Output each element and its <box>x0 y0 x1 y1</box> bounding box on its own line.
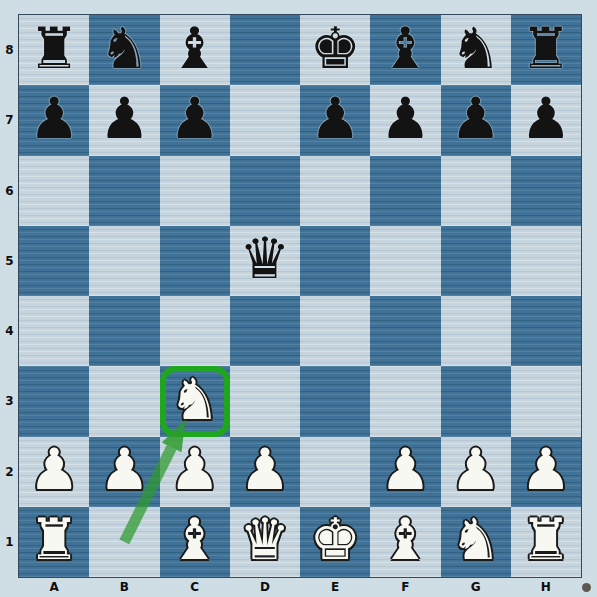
square-h6[interactable] <box>511 156 581 226</box>
square-c3[interactable]: ♞ <box>160 366 230 436</box>
square-a4[interactable] <box>19 296 89 366</box>
piece-black-pawn-g7[interactable]: ♟ <box>450 90 501 147</box>
file-label-E: E <box>300 577 370 597</box>
piece-white-bishop-c1[interactable]: ♝ <box>169 511 220 568</box>
rank-label-7: 7 <box>0 85 19 155</box>
corner-dot <box>582 583 591 592</box>
piece-white-rook-h1[interactable]: ♜ <box>520 511 571 568</box>
square-b4[interactable] <box>89 296 159 366</box>
square-h3[interactable] <box>511 366 581 436</box>
square-d1[interactable]: ♛ <box>230 507 300 577</box>
square-e8[interactable]: ♚ <box>300 15 370 85</box>
piece-white-rook-a1[interactable]: ♜ <box>29 511 80 568</box>
piece-black-pawn-a7[interactable]: ♟ <box>29 90 80 147</box>
rank-label-1: 1 <box>0 507 19 577</box>
square-g8[interactable]: ♞ <box>441 15 511 85</box>
square-a5[interactable] <box>19 226 89 296</box>
file-labels: ABCDEFGH <box>19 577 581 597</box>
square-g5[interactable] <box>441 226 511 296</box>
square-b6[interactable] <box>89 156 159 226</box>
square-d6[interactable] <box>230 156 300 226</box>
piece-white-knight-g1[interactable]: ♞ <box>450 511 501 568</box>
square-h5[interactable] <box>511 226 581 296</box>
piece-white-pawn-c2[interactable]: ♟ <box>169 441 220 498</box>
square-d7[interactable] <box>230 85 300 155</box>
square-b2[interactable]: ♟ <box>89 437 159 507</box>
piece-white-pawn-b2[interactable]: ♟ <box>99 441 150 498</box>
square-b1[interactable] <box>89 507 159 577</box>
square-b3[interactable] <box>89 366 159 436</box>
piece-black-queen-d5[interactable]: ♛ <box>239 230 290 287</box>
file-label-D: D <box>230 577 300 597</box>
piece-black-pawn-b7[interactable]: ♟ <box>99 90 150 147</box>
file-label-B: B <box>89 577 159 597</box>
rank-label-4: 4 <box>0 296 19 366</box>
square-h4[interactable] <box>511 296 581 366</box>
square-g6[interactable] <box>441 156 511 226</box>
rank-label-6: 6 <box>0 156 19 226</box>
piece-white-pawn-h2[interactable]: ♟ <box>520 441 571 498</box>
piece-black-knight-b8[interactable]: ♞ <box>99 20 150 77</box>
square-g3[interactable] <box>441 366 511 436</box>
square-d2[interactable]: ♟ <box>230 437 300 507</box>
piece-white-pawn-g2[interactable]: ♟ <box>450 441 501 498</box>
rank-label-5: 5 <box>0 226 19 296</box>
square-d4[interactable] <box>230 296 300 366</box>
rank-label-2: 2 <box>0 437 19 507</box>
square-e2[interactable] <box>300 437 370 507</box>
file-label-G: G <box>441 577 511 597</box>
file-label-H: H <box>511 577 581 597</box>
square-d5[interactable]: ♛ <box>230 226 300 296</box>
square-g4[interactable] <box>441 296 511 366</box>
square-a8[interactable]: ♜ <box>19 15 89 85</box>
square-f4[interactable] <box>370 296 440 366</box>
piece-black-king-e8[interactable]: ♚ <box>310 20 361 77</box>
square-a7[interactable]: ♟ <box>19 85 89 155</box>
square-b8[interactable]: ♞ <box>89 15 159 85</box>
square-f2[interactable]: ♟ <box>370 437 440 507</box>
board-area: ♜♞♝♚♝♞♜♟♟♟♟♟♟♟♛♞♟♟♟♟♟♟♟♜♝♛♚♝♞♜ <box>19 15 581 577</box>
piece-white-king-e1[interactable]: ♚ <box>310 511 361 568</box>
square-f3[interactable] <box>370 366 440 436</box>
square-g7[interactable]: ♟ <box>441 85 511 155</box>
file-label-A: A <box>19 577 89 597</box>
file-label-C: C <box>160 577 230 597</box>
square-f5[interactable] <box>370 226 440 296</box>
piece-black-pawn-f7[interactable]: ♟ <box>380 90 431 147</box>
square-h2[interactable]: ♟ <box>511 437 581 507</box>
chess-app: 87654321 ABCDEFGH ♜♞♝♚♝♞♜♟♟♟♟♟♟♟♛♞♟♟♟♟♟♟… <box>0 0 597 597</box>
rank-label-3: 3 <box>0 366 19 436</box>
chess-board: ♜♞♝♚♝♞♜♟♟♟♟♟♟♟♛♞♟♟♟♟♟♟♟♜♝♛♚♝♞♜ <box>19 15 581 577</box>
square-g2[interactable]: ♟ <box>441 437 511 507</box>
square-c6[interactable] <box>160 156 230 226</box>
rank-label-8: 8 <box>0 15 19 85</box>
square-c7[interactable]: ♟ <box>160 85 230 155</box>
square-c8[interactable]: ♝ <box>160 15 230 85</box>
square-e7[interactable]: ♟ <box>300 85 370 155</box>
piece-white-pawn-d2[interactable]: ♟ <box>239 441 290 498</box>
square-f6[interactable] <box>370 156 440 226</box>
square-d3[interactable] <box>230 366 300 436</box>
piece-black-bishop-c8[interactable]: ♝ <box>169 20 220 77</box>
square-e6[interactable] <box>300 156 370 226</box>
square-h8[interactable]: ♜ <box>511 15 581 85</box>
piece-black-knight-g8[interactable]: ♞ <box>450 20 501 77</box>
square-e3[interactable] <box>300 366 370 436</box>
square-a3[interactable] <box>19 366 89 436</box>
piece-black-pawn-c7[interactable]: ♟ <box>169 90 220 147</box>
square-g1[interactable]: ♞ <box>441 507 511 577</box>
piece-white-pawn-f2[interactable]: ♟ <box>380 441 431 498</box>
square-b5[interactable] <box>89 226 159 296</box>
square-c2[interactable]: ♟ <box>160 437 230 507</box>
piece-white-pawn-a2[interactable]: ♟ <box>29 441 80 498</box>
rank-labels: 87654321 <box>0 15 19 577</box>
square-f8[interactable]: ♝ <box>370 15 440 85</box>
square-h7[interactable]: ♟ <box>511 85 581 155</box>
piece-black-pawn-h7[interactable]: ♟ <box>520 90 571 147</box>
piece-white-knight-c3[interactable]: ♞ <box>169 371 220 428</box>
square-f7[interactable]: ♟ <box>370 85 440 155</box>
square-f1[interactable]: ♝ <box>370 507 440 577</box>
square-a2[interactable]: ♟ <box>19 437 89 507</box>
square-c4[interactable] <box>160 296 230 366</box>
piece-black-pawn-e7[interactable]: ♟ <box>310 90 361 147</box>
square-e1[interactable]: ♚ <box>300 507 370 577</box>
square-e5[interactable] <box>300 226 370 296</box>
square-c5[interactable] <box>160 226 230 296</box>
file-label-F: F <box>370 577 440 597</box>
square-d8[interactable] <box>230 15 300 85</box>
square-b7[interactable]: ♟ <box>89 85 159 155</box>
piece-black-rook-h8[interactable]: ♜ <box>520 20 571 77</box>
square-a6[interactable] <box>19 156 89 226</box>
square-e4[interactable] <box>300 296 370 366</box>
piece-black-rook-a8[interactable]: ♜ <box>29 20 80 77</box>
square-a1[interactable]: ♜ <box>19 507 89 577</box>
piece-black-bishop-f8[interactable]: ♝ <box>380 20 431 77</box>
square-c1[interactable]: ♝ <box>160 507 230 577</box>
piece-white-queen-d1[interactable]: ♛ <box>239 511 290 568</box>
piece-white-bishop-f1[interactable]: ♝ <box>380 511 431 568</box>
square-h1[interactable]: ♜ <box>511 507 581 577</box>
